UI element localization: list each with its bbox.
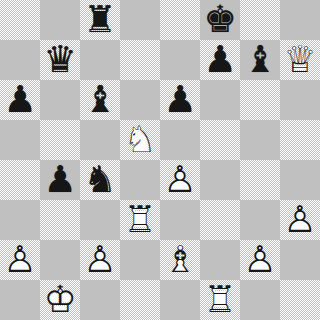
square-c5[interactable] <box>80 120 120 160</box>
square-b3[interactable] <box>40 200 80 240</box>
square-f3[interactable] <box>200 200 240 240</box>
piece-white-pawn-outline: ♙ <box>160 160 200 200</box>
square-e4[interactable]: ♟♙ <box>160 160 200 200</box>
square-g7[interactable]: ♝ <box>240 40 280 80</box>
piece-white-rook-outline: ♖ <box>200 280 240 320</box>
square-h1[interactable] <box>280 280 320 320</box>
square-d6[interactable] <box>120 80 160 120</box>
chess-board: ♜♚♛♟♝♛♕♟♝♟♞♘♟♞♟♙♜♖♟♙♟♙♟♙♝♗♟♙♚♔♜♖ <box>0 0 320 320</box>
square-c3[interactable] <box>80 200 120 240</box>
square-a1[interactable] <box>0 280 40 320</box>
piece-black-rook: ♜ <box>80 0 120 40</box>
piece-white-pawn-outline: ♙ <box>240 240 280 280</box>
square-e7[interactable] <box>160 40 200 80</box>
piece-black-knight: ♞ <box>80 160 120 200</box>
piece-white-rook: ♜ <box>120 200 160 240</box>
square-h3[interactable]: ♟♙ <box>280 200 320 240</box>
square-d4[interactable] <box>120 160 160 200</box>
square-c4[interactable]: ♞ <box>80 160 120 200</box>
square-a4[interactable] <box>0 160 40 200</box>
piece-black-queen: ♛ <box>40 40 80 80</box>
square-h6[interactable] <box>280 80 320 120</box>
square-d8[interactable] <box>120 0 160 40</box>
piece-white-pawn: ♟ <box>280 200 320 240</box>
piece-black-pawn: ♟ <box>160 80 200 120</box>
square-b7[interactable]: ♛ <box>40 40 80 80</box>
square-g5[interactable] <box>240 120 280 160</box>
square-b6[interactable] <box>40 80 80 120</box>
piece-white-pawn: ♟ <box>80 240 120 280</box>
square-f8[interactable]: ♚ <box>200 0 240 40</box>
piece-white-pawn-outline: ♙ <box>0 240 40 280</box>
square-g6[interactable] <box>240 80 280 120</box>
piece-white-rook: ♜ <box>200 280 240 320</box>
piece-white-pawn: ♟ <box>160 160 200 200</box>
square-a7[interactable] <box>0 40 40 80</box>
piece-white-king: ♚ <box>40 280 80 320</box>
square-f5[interactable] <box>200 120 240 160</box>
piece-black-pawn: ♟ <box>40 160 80 200</box>
piece-black-pawn: ♟ <box>0 80 40 120</box>
square-f2[interactable] <box>200 240 240 280</box>
square-h2[interactable] <box>280 240 320 280</box>
square-f6[interactable] <box>200 80 240 120</box>
piece-white-rook-outline: ♖ <box>120 200 160 240</box>
piece-white-bishop: ♝ <box>160 240 200 280</box>
square-a6[interactable]: ♟ <box>0 80 40 120</box>
square-e2[interactable]: ♝♗ <box>160 240 200 280</box>
piece-black-king: ♚ <box>200 0 240 40</box>
square-b5[interactable] <box>40 120 80 160</box>
square-c2[interactable]: ♟♙ <box>80 240 120 280</box>
square-h5[interactable] <box>280 120 320 160</box>
square-c1[interactable] <box>80 280 120 320</box>
piece-white-pawn-outline: ♙ <box>280 200 320 240</box>
square-f7[interactable]: ♟ <box>200 40 240 80</box>
piece-white-knight: ♞ <box>120 120 160 160</box>
piece-white-pawn: ♟ <box>240 240 280 280</box>
piece-white-queen: ♛ <box>280 40 320 80</box>
square-g1[interactable] <box>240 280 280 320</box>
square-f1[interactable]: ♜♖ <box>200 280 240 320</box>
square-h4[interactable] <box>280 160 320 200</box>
square-e1[interactable] <box>160 280 200 320</box>
square-e3[interactable] <box>160 200 200 240</box>
square-d7[interactable] <box>120 40 160 80</box>
square-g3[interactable] <box>240 200 280 240</box>
piece-black-bishop: ♝ <box>240 40 280 80</box>
square-b2[interactable] <box>40 240 80 280</box>
piece-white-pawn: ♟ <box>0 240 40 280</box>
piece-white-bishop-outline: ♗ <box>160 240 200 280</box>
square-b1[interactable]: ♚♔ <box>40 280 80 320</box>
piece-black-bishop: ♝ <box>80 80 120 120</box>
square-e6[interactable]: ♟ <box>160 80 200 120</box>
square-d3[interactable]: ♜♖ <box>120 200 160 240</box>
square-d5[interactable]: ♞♘ <box>120 120 160 160</box>
square-c6[interactable]: ♝ <box>80 80 120 120</box>
piece-white-king-outline: ♔ <box>40 280 80 320</box>
square-e8[interactable] <box>160 0 200 40</box>
square-h8[interactable] <box>280 0 320 40</box>
square-a8[interactable] <box>0 0 40 40</box>
square-e5[interactable] <box>160 120 200 160</box>
piece-white-queen-outline: ♕ <box>280 40 320 80</box>
piece-white-pawn-outline: ♙ <box>80 240 120 280</box>
square-c8[interactable]: ♜ <box>80 0 120 40</box>
square-h7[interactable]: ♛♕ <box>280 40 320 80</box>
square-c7[interactable] <box>80 40 120 80</box>
piece-black-pawn: ♟ <box>200 40 240 80</box>
square-f4[interactable] <box>200 160 240 200</box>
square-d1[interactable] <box>120 280 160 320</box>
square-b8[interactable] <box>40 0 80 40</box>
square-g4[interactable] <box>240 160 280 200</box>
square-g2[interactable]: ♟♙ <box>240 240 280 280</box>
square-a2[interactable]: ♟♙ <box>0 240 40 280</box>
square-g8[interactable] <box>240 0 280 40</box>
square-b4[interactable]: ♟ <box>40 160 80 200</box>
piece-white-knight-outline: ♘ <box>120 120 160 160</box>
square-a3[interactable] <box>0 200 40 240</box>
square-a5[interactable] <box>0 120 40 160</box>
square-d2[interactable] <box>120 240 160 280</box>
